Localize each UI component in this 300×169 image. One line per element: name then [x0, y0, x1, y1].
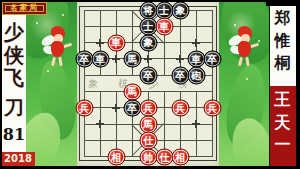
point-marker [112, 55, 120, 63]
piece-red-兵[interactable]: 兵 [204, 99, 222, 117]
piece-black-象[interactable]: 象 [140, 34, 158, 52]
piece-red-兵[interactable]: 兵 [76, 99, 94, 117]
piece-black-将[interactable]: 将 [140, 2, 158, 20]
frame-bottom [0, 166, 300, 169]
title-char-2: 侠 [2, 45, 26, 65]
player-bottom-char-1: 王 [269, 92, 296, 108]
point-marker [96, 39, 104, 47]
piece-black-士[interactable]: 士 [156, 2, 174, 20]
piece-black-士[interactable]: 士 [140, 18, 158, 36]
frame-right [296, 0, 300, 168]
title-char-1: 少 [2, 22, 26, 42]
point-marker [112, 104, 120, 112]
piece-red-車[interactable]: 車 [156, 18, 174, 36]
piece-red-相[interactable]: 相 [172, 148, 190, 166]
point-marker [96, 120, 104, 128]
piece-red-兵[interactable]: 兵 [140, 99, 158, 117]
series-badge: 名家局 [2, 2, 47, 16]
piece-red-相[interactable]: 相 [108, 148, 126, 166]
frame-left [0, 0, 2, 168]
grid-line-v [116, 92, 117, 157]
piece-black-馬[interactable]: 馬 [124, 50, 142, 68]
piece-red-仕[interactable]: 仕 [140, 132, 158, 150]
piece-black-卒[interactable]: 卒 [140, 67, 158, 85]
piece-red-車[interactable]: 車 [108, 34, 126, 52]
piece-black-卒[interactable]: 卒 [76, 50, 94, 68]
frame-top-right [266, 0, 296, 6]
title-char-3: 飞 [2, 68, 26, 88]
grid-line-v [84, 10, 85, 157]
piece-red-仕[interactable]: 仕 [156, 148, 174, 166]
piece-black-象[interactable]: 象 [172, 2, 190, 20]
player-top-char-2: 惟 [269, 33, 296, 49]
player-top-char-1: 郑 [269, 10, 296, 26]
board-grid: 象棋少侠将士象士車車象卒車馬車卒卒卒砲馬兵卒兵兵兵馬仕相帅仕相 [0, 0, 300, 168]
player-bottom-char-3: 一 [269, 137, 296, 153]
episode-number: 81 [2, 125, 26, 144]
point-marker [192, 120, 200, 128]
point-marker [144, 55, 152, 63]
year-badge: 2018 [1, 152, 35, 166]
point-marker [192, 39, 200, 47]
piece-red-兵[interactable]: 兵 [172, 99, 190, 117]
piece-red-馬[interactable]: 馬 [124, 83, 142, 101]
thumbnail-stage: 象棋少侠将士象士車車象卒車馬車卒卒卒砲馬兵卒兵兵兵馬仕相帅仕相 名家局 少 侠 … [0, 0, 300, 168]
player-bottom-char-2: 天 [269, 115, 296, 131]
player-top-char-3: 桐 [269, 55, 296, 71]
title-char-4: 刀 [2, 97, 26, 117]
piece-red-帅[interactable]: 帅 [140, 148, 158, 166]
point-marker [176, 55, 184, 63]
river-watermark-char: 象 [88, 77, 98, 91]
piece-black-車[interactable]: 車 [92, 50, 110, 68]
frame-top [0, 0, 300, 2]
grid-line-v [180, 10, 181, 75]
piece-black-卒[interactable]: 卒 [172, 67, 190, 85]
piece-black-車[interactable]: 車 [188, 50, 206, 68]
piece-black-卒[interactable]: 卒 [124, 99, 142, 117]
grid-line-v [212, 10, 213, 157]
piece-black-卒[interactable]: 卒 [204, 50, 222, 68]
piece-black-砲[interactable]: 砲 [188, 67, 206, 85]
piece-red-馬[interactable]: 馬 [140, 116, 158, 134]
